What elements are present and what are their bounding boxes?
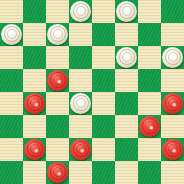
red-checker[interactable] <box>162 139 183 160</box>
square-r3c5 <box>92 46 115 69</box>
square-r5c1 <box>0 92 23 115</box>
square-r3c3 <box>46 46 69 69</box>
square-r5c7 <box>138 92 161 115</box>
square-r1c8[interactable] <box>161 0 184 23</box>
square-r8c1[interactable] <box>0 161 23 184</box>
square-r7c7 <box>138 138 161 161</box>
square-r2c1[interactable] <box>0 23 23 46</box>
square-r6c8 <box>161 115 184 138</box>
square-r5c2[interactable] <box>23 92 46 115</box>
square-r3c7 <box>138 46 161 69</box>
square-r6c3[interactable] <box>46 115 69 138</box>
square-r6c1[interactable] <box>0 115 23 138</box>
checkers-board <box>0 0 184 184</box>
white-checker[interactable] <box>70 1 91 22</box>
square-r2c4 <box>69 23 92 46</box>
square-r1c6[interactable] <box>115 0 138 23</box>
red-checker[interactable] <box>24 139 45 160</box>
white-checker[interactable] <box>162 47 183 68</box>
red-checker[interactable] <box>47 70 68 91</box>
square-r8c4 <box>69 161 92 184</box>
square-r8c8 <box>161 161 184 184</box>
square-r2c7[interactable] <box>138 23 161 46</box>
square-r4c5[interactable] <box>92 69 115 92</box>
square-r7c5 <box>92 138 115 161</box>
square-r1c3 <box>46 0 69 23</box>
square-r4c6 <box>115 69 138 92</box>
square-r7c6[interactable] <box>115 138 138 161</box>
square-r2c8 <box>161 23 184 46</box>
square-r7c8[interactable] <box>161 138 184 161</box>
square-r6c5[interactable] <box>92 115 115 138</box>
white-checker[interactable] <box>1 24 22 45</box>
white-checker[interactable] <box>116 47 137 68</box>
square-r7c4[interactable] <box>69 138 92 161</box>
square-r4c8 <box>161 69 184 92</box>
red-checker[interactable] <box>24 93 45 114</box>
square-r8c5[interactable] <box>92 161 115 184</box>
red-checker[interactable] <box>47 162 68 183</box>
square-r4c7[interactable] <box>138 69 161 92</box>
red-checker[interactable] <box>70 139 91 160</box>
square-r8c6 <box>115 161 138 184</box>
square-r8c3[interactable] <box>46 161 69 184</box>
square-r5c3 <box>46 92 69 115</box>
square-r2c2 <box>23 23 46 46</box>
red-checker[interactable] <box>139 116 160 137</box>
square-r1c2[interactable] <box>23 0 46 23</box>
square-r5c4[interactable] <box>69 92 92 115</box>
square-r1c5 <box>92 0 115 23</box>
square-r1c4[interactable] <box>69 0 92 23</box>
square-r8c2 <box>23 161 46 184</box>
square-r4c1[interactable] <box>0 69 23 92</box>
square-r3c2[interactable] <box>23 46 46 69</box>
square-r1c7 <box>138 0 161 23</box>
square-r5c8[interactable] <box>161 92 184 115</box>
square-r6c4 <box>69 115 92 138</box>
square-r2c6 <box>115 23 138 46</box>
square-r6c7[interactable] <box>138 115 161 138</box>
square-r5c6[interactable] <box>115 92 138 115</box>
white-checker[interactable] <box>116 1 137 22</box>
square-r7c2[interactable] <box>23 138 46 161</box>
square-r3c4[interactable] <box>69 46 92 69</box>
white-checker[interactable] <box>70 93 91 114</box>
square-r6c6 <box>115 115 138 138</box>
square-r3c8[interactable] <box>161 46 184 69</box>
square-r3c1 <box>0 46 23 69</box>
square-r4c2 <box>23 69 46 92</box>
square-r6c2 <box>23 115 46 138</box>
square-r2c5[interactable] <box>92 23 115 46</box>
square-r3c6[interactable] <box>115 46 138 69</box>
white-checker[interactable] <box>47 24 68 45</box>
square-r7c3 <box>46 138 69 161</box>
square-r4c4 <box>69 69 92 92</box>
square-r2c3[interactable] <box>46 23 69 46</box>
red-checker[interactable] <box>162 93 183 114</box>
square-r5c5 <box>92 92 115 115</box>
square-r7c1 <box>0 138 23 161</box>
square-r1c1 <box>0 0 23 23</box>
square-r8c7[interactable] <box>138 161 161 184</box>
square-r4c3[interactable] <box>46 69 69 92</box>
